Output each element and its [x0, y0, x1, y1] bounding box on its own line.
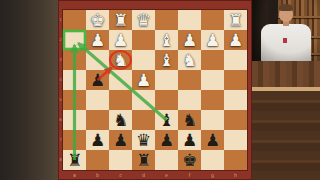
piece-black-pawn: ♟: [178, 130, 201, 150]
piece-black-pawn: ♟: [155, 130, 178, 150]
piece-white-pawn: ♟: [132, 70, 155, 90]
piece-white-pawn: ♟: [224, 30, 247, 50]
rank-label-7: 7: [59, 133, 63, 147]
rank-label-4: 4: [59, 73, 63, 87]
webcam-panel: [252, 0, 320, 61]
square-f8[interactable]: ♚: [178, 150, 201, 170]
piece-white-knight: ♞: [109, 50, 132, 70]
square-e1[interactable]: [155, 10, 178, 30]
square-f6[interactable]: ♞: [178, 110, 201, 130]
square-h1[interactable]: ♜: [224, 10, 247, 30]
square-c4[interactable]: [109, 70, 132, 90]
square-g6[interactable]: [201, 110, 224, 130]
square-a2[interactable]: [63, 30, 86, 50]
square-c1[interactable]: ♜: [109, 10, 132, 30]
rank-label-6: 6: [59, 113, 63, 127]
square-h2[interactable]: ♟: [224, 30, 247, 50]
square-f4[interactable]: [178, 70, 201, 90]
piece-white-rook: ♜: [109, 10, 132, 30]
square-b6[interactable]: [86, 110, 109, 130]
square-b1[interactable]: ♚: [86, 10, 109, 30]
square-b3[interactable]: [86, 50, 109, 70]
square-d6[interactable]: [132, 110, 155, 130]
piece-white-pawn: ♟: [201, 30, 224, 50]
square-c7[interactable]: ♟: [109, 130, 132, 150]
square-b7[interactable]: ♟: [86, 130, 109, 150]
square-a8[interactable]: ♜: [63, 150, 86, 170]
square-b5[interactable]: [86, 90, 109, 110]
piece-black-king: ♚: [178, 150, 201, 170]
square-f3[interactable]: ♞: [178, 50, 201, 70]
square-h7[interactable]: [224, 130, 247, 150]
square-c2[interactable]: ♟: [109, 30, 132, 50]
file-label-c: c: [111, 171, 129, 179]
square-d1[interactable]: ♛: [132, 10, 155, 30]
square-d3[interactable]: [132, 50, 155, 70]
square-b4[interactable]: ♟: [86, 70, 109, 90]
square-g7[interactable]: ♟: [201, 130, 224, 150]
square-g4[interactable]: [201, 70, 224, 90]
square-g3[interactable]: [201, 50, 224, 70]
square-e3[interactable]: ♝: [155, 50, 178, 70]
square-e5[interactable]: [155, 90, 178, 110]
piece-white-knight: ♞: [178, 50, 201, 70]
file-label-f: f: [180, 171, 198, 179]
square-h8[interactable]: [224, 150, 247, 170]
piece-white-king: ♚: [86, 10, 109, 30]
piece-white-pawn: ♟: [86, 30, 109, 50]
piece-black-bishop: ♝: [155, 110, 178, 130]
file-label-e: e: [157, 171, 175, 179]
square-g1[interactable]: [201, 10, 224, 30]
square-f2[interactable]: ♟: [178, 30, 201, 50]
square-h6[interactable]: [224, 110, 247, 130]
square-d8[interactable]: ♜: [132, 150, 155, 170]
rank-label-2: 2: [59, 33, 63, 47]
square-f7[interactable]: ♟: [178, 130, 201, 150]
square-a1[interactable]: [63, 10, 86, 30]
wood-background-left: [0, 0, 58, 180]
piece-black-rook: ♜: [132, 150, 155, 170]
square-g8[interactable]: [201, 150, 224, 170]
board-squares: ♚♜♛♜♟♟♝♟♟♟♞♝♞♟♟♞♝♞♟♟♛♟♟♟♜♜♚: [63, 10, 247, 170]
file-label-h: h: [226, 171, 244, 179]
square-a3[interactable]: [63, 50, 86, 70]
piece-white-bishop: ♝: [155, 30, 178, 50]
file-label-b: b: [88, 171, 106, 179]
square-e7[interactable]: ♟: [155, 130, 178, 150]
square-d4[interactable]: ♟: [132, 70, 155, 90]
square-b8[interactable]: [86, 150, 109, 170]
square-f5[interactable]: [178, 90, 201, 110]
wood-background-right: [252, 61, 320, 180]
square-g5[interactable]: [201, 90, 224, 110]
square-d7[interactable]: ♛: [132, 130, 155, 150]
piece-white-queen: ♛: [132, 10, 155, 30]
square-d2[interactable]: [132, 30, 155, 50]
piece-white-pawn: ♟: [178, 30, 201, 50]
file-label-a: a: [65, 171, 83, 179]
square-e4[interactable]: [155, 70, 178, 90]
file-label-d: d: [134, 171, 152, 179]
piece-black-rook: ♜: [63, 150, 86, 170]
square-c3[interactable]: ♞: [109, 50, 132, 70]
piece-black-pawn: ♟: [201, 130, 224, 150]
square-d5[interactable]: [132, 90, 155, 110]
webcam-vignette: [252, 0, 320, 61]
rank-label-5: 5: [59, 93, 63, 107]
square-c6[interactable]: ♞: [109, 110, 132, 130]
piece-white-rook: ♜: [224, 10, 247, 30]
desk-surface: [252, 91, 320, 180]
piece-black-knight: ♞: [109, 110, 132, 130]
square-a5[interactable]: [63, 90, 86, 110]
piece-white-bishop: ♝: [155, 50, 178, 70]
square-h3[interactable]: [224, 50, 247, 70]
rank-label-3: 3: [59, 53, 63, 67]
piece-white-pawn: ♟: [109, 30, 132, 50]
square-a7[interactable]: [63, 130, 86, 150]
square-h5[interactable]: [224, 90, 247, 110]
piece-black-pawn: ♟: [86, 70, 109, 90]
wood-panel: [252, 61, 320, 87]
square-g2[interactable]: ♟: [201, 30, 224, 50]
piece-black-knight: ♞: [178, 110, 201, 130]
rank-label-1: 1: [59, 13, 63, 27]
square-f1[interactable]: [178, 10, 201, 30]
square-h4[interactable]: [224, 70, 247, 90]
square-e6[interactable]: ♝: [155, 110, 178, 130]
square-a6[interactable]: [63, 110, 86, 130]
square-c8[interactable]: [109, 150, 132, 170]
square-e2[interactable]: ♝: [155, 30, 178, 50]
file-label-g: g: [203, 171, 221, 179]
square-a4[interactable]: [63, 70, 86, 90]
chess-board: ♚♜♛♜♟♟♝♟♟♟♞♝♞♟♟♞♝♞♟♟♛♟♟♟♜♜♚ abcdefgh1234…: [58, 0, 252, 180]
square-c5[interactable]: [109, 90, 132, 110]
square-e8[interactable]: [155, 150, 178, 170]
piece-black-pawn: ♟: [109, 130, 132, 150]
square-b2[interactable]: ♟: [86, 30, 109, 50]
video-frame: ♚♜♛♜♟♟♝♟♟♟♞♝♞♟♟♞♝♞♟♟♛♟♟♟♜♜♚ abcdefgh1234…: [0, 0, 320, 180]
piece-black-pawn: ♟: [86, 130, 109, 150]
rank-label-8: 8: [59, 153, 63, 167]
piece-black-queen: ♛: [132, 130, 155, 150]
